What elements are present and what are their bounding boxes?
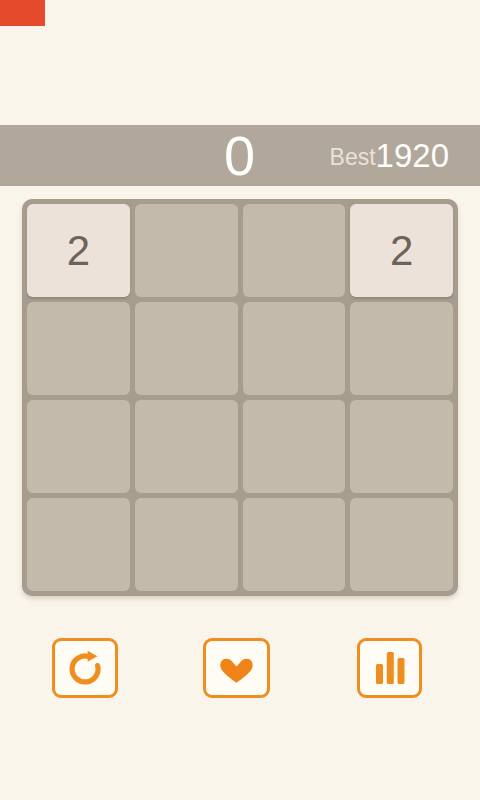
cell-r0c1 xyxy=(135,204,238,297)
cell-r0c0: 2 xyxy=(27,204,130,297)
cell-r3c0 xyxy=(27,498,130,591)
cell-r2c0 xyxy=(27,400,130,493)
stats-button[interactable] xyxy=(357,638,422,698)
best-score-value: 1920 xyxy=(376,125,449,186)
cell-r3c2 xyxy=(243,498,346,591)
cell-r1c3 xyxy=(350,302,453,395)
bar-chart-icon xyxy=(372,650,408,686)
score-bar: 0 Best1920 xyxy=(0,125,480,186)
favorite-button[interactable] xyxy=(203,638,270,698)
best-label: Best xyxy=(330,123,376,188)
cell-r2c3 xyxy=(350,400,453,493)
cell-r0c3: 2 xyxy=(350,204,453,297)
record-indicator-chip xyxy=(0,0,45,26)
cell-r2c2 xyxy=(243,400,346,493)
cell-r1c0 xyxy=(27,302,130,395)
game-board[interactable]: 2 2 xyxy=(22,199,458,596)
cell-r2c1 xyxy=(135,400,238,493)
heart-icon xyxy=(218,653,255,684)
cell-r0c2 xyxy=(243,204,346,297)
best-score-group: Best1920 xyxy=(330,125,449,186)
cell-r3c1 xyxy=(135,498,238,591)
cell-r3c3 xyxy=(350,498,453,591)
refresh-icon xyxy=(65,648,105,688)
restart-button[interactable] xyxy=(52,638,118,698)
cell-r1c2 xyxy=(243,302,346,395)
cell-r1c1 xyxy=(135,302,238,395)
